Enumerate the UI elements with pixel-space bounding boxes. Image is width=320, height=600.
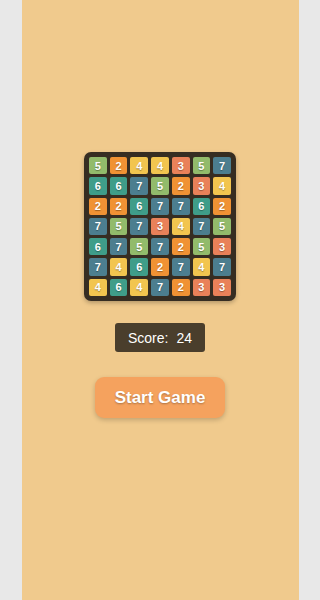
tile-r7c5[interactable]: 2 [172, 279, 190, 296]
tile-r5c4[interactable]: 7 [151, 238, 169, 255]
tile-r6c7[interactable]: 7 [213, 258, 231, 275]
tile-r4c3[interactable]: 7 [130, 218, 148, 235]
tile-r3c4[interactable]: 7 [151, 198, 169, 215]
tile-r7c3[interactable]: 4 [130, 279, 148, 296]
tile-r2c2[interactable]: 6 [110, 177, 128, 194]
tile-r6c5[interactable]: 7 [172, 258, 190, 275]
tile-r5c5[interactable]: 2 [172, 238, 190, 255]
tile-r4c2[interactable]: 5 [110, 218, 128, 235]
tile-r5c2[interactable]: 7 [110, 238, 128, 255]
tile-r5c3[interactable]: 5 [130, 238, 148, 255]
tile-r4c7[interactable]: 5 [213, 218, 231, 235]
tile-r1c1[interactable]: 5 [89, 157, 107, 174]
tile-r4c6[interactable]: 7 [193, 218, 211, 235]
tile-r7c7[interactable]: 3 [213, 279, 231, 296]
tile-r7c6[interactable]: 3 [193, 279, 211, 296]
tile-r2c5[interactable]: 2 [172, 177, 190, 194]
tile-r3c5[interactable]: 7 [172, 198, 190, 215]
game-screen: 5244357667523422677627573475675725374627… [22, 0, 299, 600]
tile-r1c5[interactable]: 3 [172, 157, 190, 174]
tile-r3c3[interactable]: 6 [130, 198, 148, 215]
tile-r6c2[interactable]: 4 [110, 258, 128, 275]
tile-r5c7[interactable]: 3 [213, 238, 231, 255]
tile-r2c1[interactable]: 6 [89, 177, 107, 194]
tile-r1c7[interactable]: 7 [213, 157, 231, 174]
tile-r2c7[interactable]: 4 [213, 177, 231, 194]
tile-r5c1[interactable]: 6 [89, 238, 107, 255]
tile-r2c3[interactable]: 7 [130, 177, 148, 194]
tile-r7c4[interactable]: 7 [151, 279, 169, 296]
score-box: Score: 24 [115, 323, 205, 352]
tile-r2c4[interactable]: 5 [151, 177, 169, 194]
score-label: Score: [128, 330, 168, 346]
tile-r1c3[interactable]: 4 [130, 157, 148, 174]
game-board: 5244357667523422677627573475675725374627… [84, 152, 236, 301]
tile-r4c5[interactable]: 4 [172, 218, 190, 235]
tile-r6c6[interactable]: 4 [193, 258, 211, 275]
tile-r2c6[interactable]: 3 [193, 177, 211, 194]
tile-r7c2[interactable]: 6 [110, 279, 128, 296]
tile-r3c6[interactable]: 6 [193, 198, 211, 215]
score-value: 24 [176, 330, 192, 346]
tile-r1c4[interactable]: 4 [151, 157, 169, 174]
tile-r4c4[interactable]: 3 [151, 218, 169, 235]
tile-r3c2[interactable]: 2 [110, 198, 128, 215]
tile-r5c6[interactable]: 5 [193, 238, 211, 255]
tile-r3c7[interactable]: 2 [213, 198, 231, 215]
tile-r1c6[interactable]: 5 [193, 157, 211, 174]
tile-r1c2[interactable]: 2 [110, 157, 128, 174]
tile-r6c4[interactable]: 2 [151, 258, 169, 275]
tile-r4c1[interactable]: 7 [89, 218, 107, 235]
start-game-button[interactable]: Start Game [95, 377, 225, 418]
tile-r6c1[interactable]: 7 [89, 258, 107, 275]
tile-r3c1[interactable]: 2 [89, 198, 107, 215]
tile-r6c3[interactable]: 6 [130, 258, 148, 275]
tile-r7c1[interactable]: 4 [89, 279, 107, 296]
start-game-label: Start Game [115, 388, 206, 408]
